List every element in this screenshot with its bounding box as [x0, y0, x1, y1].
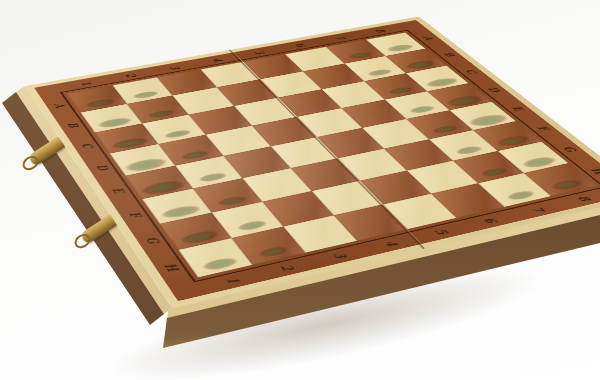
clasp-hook-icon — [72, 231, 93, 251]
chess-set-photo: 11AA22BB33CC44DD55EE66FF77GG88HH ♜♖♟♙♟♙♜… — [0, 0, 600, 380]
pawn-outline-glyph: ♙ — [466, 149, 573, 198]
clasp-hook-icon — [20, 153, 41, 173]
rook-outline-glyph: ♖ — [162, 207, 277, 267]
